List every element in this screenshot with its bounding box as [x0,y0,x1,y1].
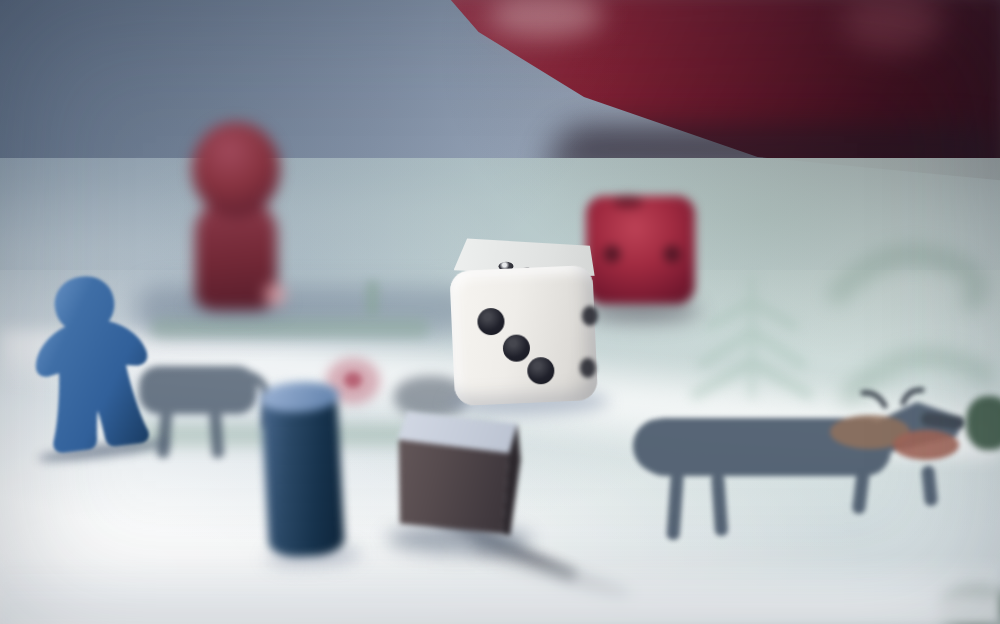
flower-illustration [344,372,362,388]
pawn-head [192,122,280,217]
red-pawn [186,120,286,310]
front-face-pip [477,308,504,335]
white-die [448,226,601,419]
white-die-front-face [450,265,598,406]
bush-illustration [966,396,1000,450]
meeple-shape [7,264,176,459]
side-face-pip [581,306,597,326]
gray-cube-token [393,405,526,572]
red-die [584,192,700,327]
boardgame-photo-scene [0,0,1000,624]
front-face-pip [527,356,554,383]
blue-cylinder-token [257,380,353,569]
sprout-illustration [366,280,379,316]
red-die-top-pip [613,196,643,208]
hedge-illustration [150,318,430,338]
cow-illustration-big [625,390,975,550]
front-face-pip [503,334,530,361]
cylinder-body [261,395,345,558]
red-die-pip [603,246,620,263]
red-die-pip [664,246,681,263]
blue-meeple [7,264,177,467]
side-face-pip [579,357,595,377]
